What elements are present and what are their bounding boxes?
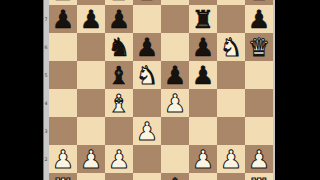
black-pawn-f5: ♟ [189, 61, 217, 89]
rank-label-7: 7 [44, 8, 48, 30]
white-knight-d5: ♞ [133, 61, 161, 89]
black-pawn-e5: ♟ [161, 61, 189, 89]
white-queen-h6: ♛ [245, 33, 273, 61]
square-g4[interactable] [217, 89, 245, 117]
square-e2[interactable] [161, 145, 189, 173]
square-a5[interactable] [49, 61, 77, 89]
white-pawn-b2: ♟ [77, 145, 105, 173]
square-f7[interactable]: ♜ [189, 5, 217, 33]
square-g5[interactable] [217, 61, 245, 89]
square-c4[interactable]: ♝ [105, 89, 133, 117]
square-e1[interactable]: ♚ [161, 173, 189, 180]
square-d3[interactable]: ♟ [133, 117, 161, 145]
square-c2[interactable]: ♟ [105, 145, 133, 173]
square-e3[interactable] [161, 117, 189, 145]
square-c7[interactable]: ♟ [105, 5, 133, 33]
square-e5[interactable]: ♟ [161, 61, 189, 89]
square-c6[interactable]: ♞ [105, 33, 133, 61]
square-c1[interactable] [105, 173, 133, 180]
black-pawn-d6: ♟ [133, 33, 161, 61]
black-pawn-f6: ♟ [189, 33, 217, 61]
square-h3[interactable] [245, 117, 273, 145]
square-f3[interactable] [189, 117, 217, 145]
black-rook-f7: ♜ [189, 5, 217, 33]
square-b6[interactable] [77, 33, 105, 61]
square-b4[interactable] [77, 89, 105, 117]
square-h5[interactable] [245, 61, 273, 89]
square-d4[interactable] [133, 89, 161, 117]
square-f6[interactable]: ♟ [189, 33, 217, 61]
black-pawn-a7: ♟ [49, 5, 77, 33]
white-pawn-a2: ♟ [49, 145, 77, 173]
black-pawn-c7: ♟ [105, 5, 133, 33]
white-bishop-c4: ♝ [105, 89, 133, 117]
square-h4[interactable] [245, 89, 273, 117]
square-d6[interactable]: ♟ [133, 33, 161, 61]
square-h2[interactable]: ♟ [245, 145, 273, 173]
square-a4[interactable] [49, 89, 77, 117]
black-bishop-c5: ♝ [105, 61, 133, 89]
board-frame: ♜♝♛♚♟♟♟♜♟♞♟♟♞♛♝♞♟♟♝♟♟♟♟♟♟♟♟♜♚♜ 87654321 [43, 0, 275, 180]
square-f1[interactable] [189, 173, 217, 180]
white-pawn-c2: ♟ [105, 145, 133, 173]
letterbox-bar-right [274, 0, 320, 180]
square-g2[interactable]: ♟ [217, 145, 245, 173]
rank-label-3: 3 [44, 120, 48, 142]
square-e6[interactable] [161, 33, 189, 61]
square-a6[interactable] [49, 33, 77, 61]
rank-label-1: 1 [44, 176, 48, 180]
square-b2[interactable]: ♟ [77, 145, 105, 173]
chess-board: ♜♝♛♚♟♟♟♜♟♞♟♟♞♛♝♞♟♟♝♟♟♟♟♟♟♟♟♜♚♜ [49, 0, 273, 180]
black-knight-c6: ♞ [105, 33, 133, 61]
white-rook-h1: ♜ [245, 173, 273, 180]
square-f5[interactable]: ♟ [189, 61, 217, 89]
square-h7[interactable]: ♟ [245, 5, 273, 33]
rank-label-8: 8 [44, 0, 48, 2]
square-h6[interactable]: ♛ [245, 33, 273, 61]
white-pawn-f2: ♟ [189, 145, 217, 173]
square-f2[interactable]: ♟ [189, 145, 217, 173]
white-knight-g6: ♞ [217, 33, 245, 61]
square-g6[interactable]: ♞ [217, 33, 245, 61]
square-d7[interactable] [133, 5, 161, 33]
square-d1[interactable] [133, 173, 161, 180]
white-pawn-h2: ♟ [245, 145, 273, 173]
square-f4[interactable] [189, 89, 217, 117]
white-pawn-g2: ♟ [217, 145, 245, 173]
black-pawn-h7: ♟ [245, 5, 273, 33]
square-g1[interactable] [217, 173, 245, 180]
rank-label-4: 4 [44, 92, 48, 114]
rank-labels: 87654321 [44, 0, 49, 180]
square-b1[interactable] [77, 173, 105, 180]
square-a2[interactable]: ♟ [49, 145, 77, 173]
rank-label-2: 2 [44, 148, 48, 170]
square-g3[interactable] [217, 117, 245, 145]
square-c5[interactable]: ♝ [105, 61, 133, 89]
rank-label-5: 5 [44, 64, 48, 86]
square-a1[interactable]: ♜ [49, 173, 77, 180]
square-b3[interactable] [77, 117, 105, 145]
white-pawn-d3: ♟ [133, 117, 161, 145]
white-pawn-e4: ♟ [161, 89, 189, 117]
square-c3[interactable] [105, 117, 133, 145]
white-king-e1: ♚ [161, 173, 189, 180]
square-b5[interactable] [77, 61, 105, 89]
black-pawn-b7: ♟ [77, 5, 105, 33]
square-b7[interactable]: ♟ [77, 5, 105, 33]
square-g7[interactable] [217, 5, 245, 33]
square-a3[interactable] [49, 117, 77, 145]
rank-label-6: 6 [44, 36, 48, 58]
square-h1[interactable]: ♜ [245, 173, 273, 180]
square-d5[interactable]: ♞ [133, 61, 161, 89]
square-d2[interactable] [133, 145, 161, 173]
square-e4[interactable]: ♟ [161, 89, 189, 117]
square-e7[interactable] [161, 5, 189, 33]
letterbox-bar-left [0, 0, 43, 180]
white-rook-a1: ♜ [49, 173, 77, 180]
video-frame: ♜♝♛♚♟♟♟♜♟♞♟♟♞♛♝♞♟♟♝♟♟♟♟♟♟♟♟♜♚♜ 87654321 [0, 0, 320, 180]
square-a7[interactable]: ♟ [49, 5, 77, 33]
